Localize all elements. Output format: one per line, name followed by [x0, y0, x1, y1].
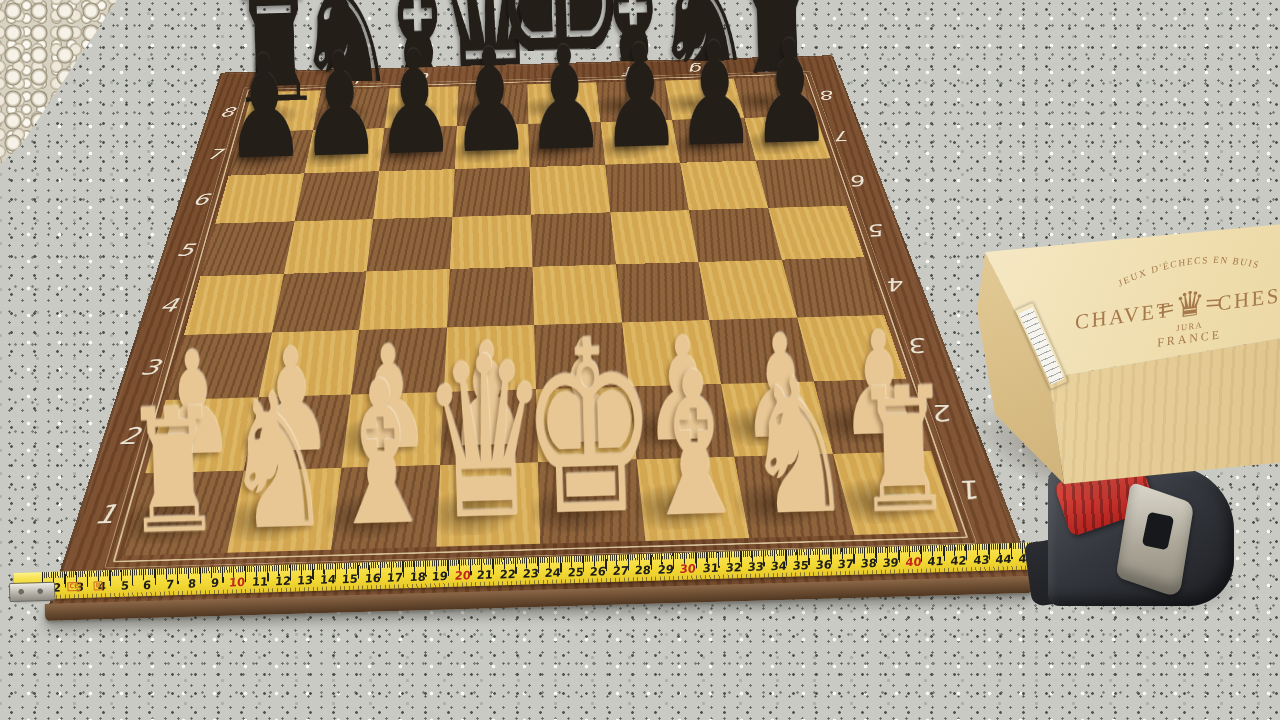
tape-number-8: 8: [188, 577, 197, 591]
tape-number-9: 9: [210, 576, 219, 590]
rank-label-right-7: 7: [833, 128, 853, 144]
photo-scene: { "game": "chess", "scene_caption": "Woo…: [0, 0, 1280, 720]
square-e6: [530, 165, 610, 215]
rank-label-left-4: 4: [157, 294, 180, 316]
tape-number-32: 32: [725, 560, 742, 575]
square-a6: [215, 173, 304, 223]
tape-hook: [9, 582, 56, 602]
black-pawn: ♟: [373, 34, 458, 172]
tape-number-16: 16: [364, 571, 381, 586]
board-surface: ♜♞♝♛♚♝♞♜♟♟♟♟♟♟♟♟♟♟♟♟♟♟♟♟♜♞♝♛♚♝♞♜ 8765432…: [48, 55, 1036, 608]
tape-number-24: 24: [544, 566, 561, 581]
black-pawn: ♟: [298, 37, 383, 175]
country-text: FRANCE: [1157, 327, 1222, 350]
tape-number-29: 29: [657, 562, 674, 577]
tape-number-43: 43: [973, 553, 990, 568]
rank-label-left-7: 7: [205, 146, 225, 162]
square-b5: [284, 219, 374, 274]
tape-number-11: 11: [251, 574, 268, 589]
tape-number-37: 37: [837, 557, 854, 572]
square-f1: ♝: [636, 456, 749, 541]
tape-number-35: 35: [792, 558, 809, 573]
tape-number-28: 28: [635, 563, 652, 578]
tape-cert-mark-CE: CE: [67, 582, 80, 591]
square-d7: ♟: [454, 124, 529, 169]
tape-number-26: 26: [589, 564, 606, 579]
tape-number-15: 15: [342, 572, 359, 587]
white-bishop: ♝: [322, 359, 440, 550]
tape-cert-mark-II: II: [93, 581, 102, 590]
square-f6: [605, 163, 689, 212]
squares-grid: ♜♞♝♛♚♝♞♜♟♟♟♟♟♟♟♟♟♟♟♟♟♟♟♟♜♞♝♛♚♝♞♜: [122, 77, 958, 556]
square-a5: [201, 221, 295, 276]
chavet-box: JEUX D'ÉCHECS EN BUIS CHAVET CHESS ♛ JUR…: [975, 218, 1280, 494]
file-label-top-c: c: [418, 70, 431, 84]
square-c1: ♝: [331, 465, 440, 550]
square-c6: [373, 169, 454, 219]
rank-label-left-1: 1: [91, 499, 120, 530]
tape-number-39: 39: [882, 555, 899, 570]
tape-number-14: 14: [319, 572, 336, 587]
file-label-top-f: f: [624, 64, 633, 78]
tape-number-13: 13: [296, 573, 313, 588]
square-d6: [452, 167, 531, 217]
chess-board: ♜♞♝♛♚♝♞♜♟♟♟♟♟♟♟♟♟♟♟♟♟♟♟♟♜♞♝♛♚♝♞♜ 8765432…: [20, 0, 1036, 608]
square-c5: [367, 217, 453, 272]
tape-number-17: 17: [387, 570, 404, 585]
square-h6: [755, 158, 846, 207]
tape-number-38: 38: [860, 556, 877, 571]
square-g1: ♞: [734, 454, 854, 538]
square-f5: [610, 210, 699, 264]
tape-number-5: 5: [120, 579, 129, 593]
tape-number-18: 18: [409, 570, 426, 585]
square-g6: [680, 161, 768, 210]
tape-number-7: 7: [165, 577, 174, 591]
rank-label-left-5: 5: [175, 240, 197, 260]
square-b1: ♞: [227, 467, 342, 552]
rank-label-right-6: 6: [849, 172, 871, 190]
tape-number-44: 44: [995, 552, 1012, 567]
tape-number-27: 27: [612, 564, 629, 579]
tape-number-34: 34: [770, 559, 787, 574]
file-label-top-b: b: [349, 72, 365, 86]
black-pawn: ♟: [598, 28, 683, 166]
file-label-top-e: e: [554, 66, 568, 80]
rank-label-left-6: 6: [190, 191, 211, 209]
white-knight: ♞: [222, 372, 333, 553]
tape-number-19: 19: [432, 569, 449, 584]
square-g7: ♟: [672, 118, 755, 163]
white-knight: ♞: [743, 357, 854, 538]
tape-number-40: 40: [905, 555, 922, 570]
tape-number-10: 10: [229, 575, 246, 590]
square-g5: [689, 208, 782, 262]
tape-number-30: 30: [680, 561, 697, 576]
tape-number-33: 33: [747, 559, 764, 574]
tape-number-21: 21: [477, 568, 494, 583]
tape-number-42: 42: [950, 553, 967, 568]
square-f7: ♟: [600, 120, 680, 165]
box-arc-text: JEUX D'ÉCHECS EN BUIS: [1117, 246, 1262, 289]
rank-label-right-4: 4: [885, 274, 910, 296]
white-rook: ♜: [122, 391, 224, 556]
tape-number-20: 20: [454, 568, 471, 583]
tape-number-22: 22: [499, 567, 516, 582]
square-e5: [531, 212, 615, 267]
brand-text-chavet: CHAVET: [1075, 297, 1172, 334]
tape-number-36: 36: [815, 557, 832, 572]
square-e1: ♚: [538, 459, 645, 544]
black-pawn: ♟: [673, 26, 758, 164]
square-b7: ♟: [304, 128, 385, 174]
square-e7: ♟: [528, 122, 604, 167]
square-c7: ♟: [379, 126, 456, 171]
tape-number-6: 6: [143, 578, 152, 592]
tape-number-25: 25: [567, 565, 584, 580]
tape-number-23: 23: [522, 566, 539, 581]
tape-number-31: 31: [702, 561, 719, 576]
tape-number-41: 41: [928, 554, 945, 569]
black-pawn: ♟: [448, 32, 533, 170]
square-h7: ♟: [744, 116, 831, 161]
rank-label-right-5: 5: [866, 220, 889, 240]
square-h5: [768, 205, 865, 259]
white-rook: ♜: [852, 370, 954, 535]
tape-number-12: 12: [274, 574, 291, 589]
square-d5: [449, 214, 532, 269]
square-b6: [294, 171, 379, 221]
black-pawn: ♟: [523, 30, 608, 168]
file-label-top-d: d: [486, 68, 500, 82]
brand-text-chess: CHESS: [1218, 281, 1280, 315]
white-bishop: ♝: [635, 350, 753, 541]
